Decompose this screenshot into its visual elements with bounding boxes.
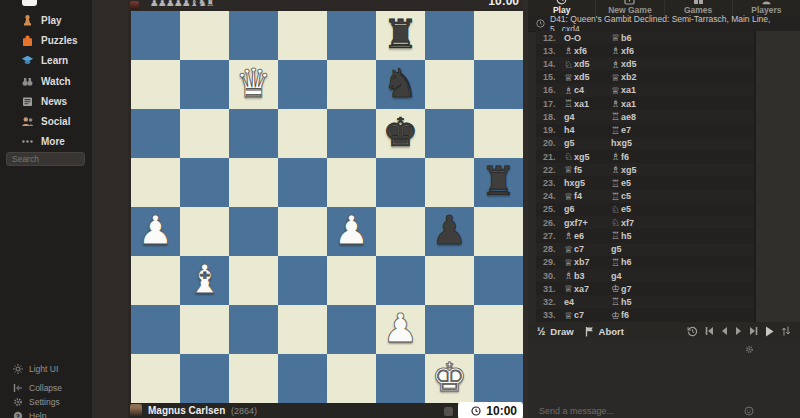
move-number: 16. (536, 85, 564, 95)
help-icon: ? (13, 411, 23, 418)
move-row: 18.g4♖ae8 (536, 110, 756, 123)
white-move[interactable]: ♗c4 (564, 85, 611, 96)
square-b5[interactable] (180, 158, 229, 207)
queen-move-icon: ♕ (564, 72, 573, 83)
move-text: g5 (611, 244, 622, 254)
move-text: c7 (574, 310, 584, 320)
controls-bar: ½ Draw Abort (528, 322, 800, 340)
chess-board: ♜♛♞♚♜♟♟♟♝♟♚ (131, 11, 523, 403)
move-row: 12.O-O♕b6 (536, 31, 756, 44)
sidebar-item-news[interactable]: News (0, 91, 92, 111)
queen-move-icon: ♕ (564, 283, 573, 294)
square-g6[interactable] (425, 109, 474, 158)
square-g5[interactable] (425, 158, 474, 207)
move-row: 22.♕f5♗xg5 (536, 163, 756, 176)
square-e4[interactable]: ♟ (327, 207, 376, 256)
footer-item-collapse[interactable]: Collapse (0, 381, 92, 395)
move-number: 30. (536, 271, 564, 281)
black-rook-h5[interactable]: ♜ (474, 158, 523, 207)
board-area: ♟♟♟♟♟♝♞♜ 10:00 ♜♛♞♚♜♟♟♟♝♟♚ Magnus Carlse… (128, 0, 523, 418)
black-knight-f7[interactable]: ♞ (376, 60, 425, 109)
square-c5[interactable] (229, 158, 278, 207)
white-move[interactable]: ♕xa7 (564, 283, 611, 294)
move-row: 15.♕xd5♕xb2 (536, 71, 756, 84)
move-list-scrollbar[interactable] (754, 31, 800, 322)
bishop-move-icon: ♗ (611, 98, 620, 109)
white-move[interactable]: h4 (564, 125, 611, 135)
sidebar-item-label: Puzzles (41, 35, 78, 46)
move-text: c5 (621, 191, 631, 201)
footer-item-label: Light UI (29, 364, 58, 374)
square-c4[interactable] (229, 207, 278, 256)
square-d5[interactable] (278, 158, 327, 207)
white-move[interactable]: ♕xb7 (564, 257, 611, 268)
move-row: 27.♗e6♖h5 (536, 229, 756, 242)
play-icon[interactable] (765, 326, 774, 337)
settings-icon (13, 397, 23, 407)
move-text: h5 (621, 231, 632, 241)
queen-move-icon: ♕ (564, 191, 573, 202)
move-number: 13. (536, 46, 564, 56)
square-a2[interactable] (131, 305, 180, 354)
black-move[interactable]: ♘xf7 (611, 217, 634, 228)
move-text: hxg5 (611, 138, 632, 148)
white-queen-c7[interactable]: ♛ (229, 60, 278, 109)
player-clock: 10:00 (458, 402, 523, 418)
svg-text:?: ? (16, 413, 20, 418)
square-b4[interactable] (180, 207, 229, 256)
move-number: 15. (536, 72, 564, 82)
square-c1[interactable] (229, 354, 278, 403)
move-text: O-O (564, 33, 581, 43)
white-move[interactable]: ♕c7 (564, 310, 611, 321)
square-g3[interactable] (425, 256, 474, 305)
rook-move-icon: ♖ (611, 257, 620, 268)
move-text: xd5 (574, 72, 590, 82)
move-number: 33. (536, 310, 564, 320)
square-h4[interactable] (474, 207, 523, 256)
black-move[interactable]: ♖c5 (611, 191, 631, 202)
move-number: 28. (536, 244, 564, 254)
light-ui-icon (13, 364, 23, 374)
move-text: xf6 (621, 46, 634, 56)
white-move[interactable]: e4 (564, 297, 611, 307)
game-panel: PlayNew GameGamesPlayers D41: Queen's Ga… (528, 0, 800, 418)
square-a6[interactable] (131, 109, 180, 158)
move-text: f6 (621, 152, 629, 162)
square-f6[interactable]: ♚ (376, 109, 425, 158)
white-move[interactable]: ♗b3 (564, 270, 611, 281)
opening-row: D41: Queen's Gambit Declined: Semi-Tarra… (528, 16, 800, 32)
white-move[interactable]: ♖xa1 (564, 98, 611, 109)
square-e6[interactable] (327, 109, 376, 158)
square-b8[interactable] (180, 11, 229, 60)
white-move[interactable]: ♗e6 (564, 230, 611, 241)
captured-pawn-icon: ♟ (182, 0, 190, 8)
move-text: h4 (564, 125, 575, 135)
queen-move-icon: ♕ (564, 244, 573, 255)
black-move[interactable]: ♖h5 (611, 230, 631, 241)
move-number: 24. (536, 191, 564, 201)
emoji-smiley-icon[interactable] (744, 406, 754, 416)
square-e7[interactable] (327, 60, 376, 109)
white-move[interactable]: g4 (564, 112, 611, 122)
move-text: g7 (621, 284, 632, 294)
opponent-clock: 10:00 (488, 0, 519, 8)
move-text: xa1 (621, 85, 636, 95)
move-text: c7 (574, 244, 584, 254)
black-move[interactable]: ♖h6 (611, 257, 631, 268)
white-move[interactable]: ♗xf6 (564, 45, 611, 56)
player-avatar[interactable] (130, 404, 142, 416)
history-icon[interactable] (687, 326, 698, 337)
move-list: 12.O-O♕b613.♗xf6♗xf614.♘xd5♗xd515.♕xd5♕x… (536, 31, 756, 322)
move-row: 30.♗b3g4 (536, 269, 756, 282)
social-icon (21, 115, 34, 128)
move-text: xg5 (574, 152, 590, 162)
sidebar-item-label: News (41, 96, 67, 107)
square-h3[interactable] (474, 256, 523, 305)
white-move[interactable]: ♘xd5 (564, 59, 611, 70)
queen-move-icon: ♕ (611, 32, 620, 43)
chat-input[interactable]: Send a message... (528, 404, 800, 418)
square-c6[interactable] (229, 109, 278, 158)
step-back-icon[interactable] (721, 326, 728, 336)
move-row: 20.g5hxg5 (536, 137, 756, 150)
black-move[interactable]: ♗xa1 (611, 98, 636, 109)
player-name: Magnus Carlsen (148, 405, 225, 416)
chat-settings-gear-icon[interactable] (745, 345, 754, 354)
square-f3[interactable] (376, 256, 425, 305)
white-pawn-a4[interactable]: ♟ (131, 207, 180, 256)
square-e1[interactable] (327, 354, 376, 403)
white-move[interactable]: ♘xg5 (564, 151, 611, 162)
move-text: g6 (564, 204, 575, 214)
square-b2[interactable] (180, 305, 229, 354)
move-row: 33.♕c7♔f6 (536, 309, 756, 322)
move-text: h5 (621, 297, 632, 307)
move-text: xb7 (574, 257, 590, 267)
captured-bishop-icon: ♝ (190, 0, 198, 8)
move-row: 29.♕xb7♖h6 (536, 256, 756, 269)
square-g2[interactable] (425, 305, 474, 354)
move-number: 31. (536, 284, 564, 294)
move-text: f5 (574, 165, 582, 175)
move-number: 12. (536, 33, 564, 43)
square-f5[interactable] (376, 158, 425, 207)
white-move[interactable]: hxg5 (564, 178, 611, 188)
move-number: 17. (536, 99, 564, 109)
sidebar-item-play[interactable]: Play (0, 10, 92, 30)
square-h8[interactable] (474, 11, 523, 60)
sidebar-item-label: More (41, 136, 65, 147)
move-text: f4 (574, 191, 582, 201)
watch-icon (21, 75, 34, 88)
top-player-bar: ♟♟♟♟♟♝♞♜ 10:00 (128, 0, 523, 11)
rook-move-icon: ♖ (611, 191, 620, 202)
black-move[interactable]: ♗xd5 (611, 59, 636, 70)
black-move[interactable]: g4 (611, 271, 622, 281)
square-f4[interactable] (376, 207, 425, 256)
move-row: 32.e4♖h5 (536, 295, 756, 308)
main-nav: PlayPuzzlesLearnWatchNewsSocialMore (0, 10, 92, 152)
square-g8[interactable] (425, 11, 474, 60)
square-c7[interactable]: ♛ (229, 60, 278, 109)
black-move[interactable]: ♖e5 (611, 178, 631, 189)
square-b6[interactable] (180, 109, 229, 158)
opponent-avatar[interactable] (130, 1, 139, 10)
move-text: g5 (564, 138, 575, 148)
move-number: 14. (536, 59, 564, 69)
bishop-move-icon: ♗ (611, 59, 620, 70)
black-move[interactable]: ♖h5 (611, 296, 631, 307)
move-number: 29. (536, 257, 564, 267)
move-row: 28.♕c7g5 (536, 243, 756, 256)
black-move[interactable]: ♕b6 (611, 32, 631, 43)
square-e8[interactable] (327, 11, 376, 60)
step-forward-icon[interactable] (735, 326, 742, 336)
move-row: 21.♘xg5♗f6 (536, 150, 756, 163)
move-text: e5 (621, 204, 631, 214)
captured-pieces: ♟♟♟♟♟♝♞♜ (150, 0, 214, 8)
white-move[interactable]: gxf7+ (564, 218, 611, 228)
white-move[interactable]: g5 (564, 138, 611, 148)
white-move[interactable]: O-O (564, 33, 611, 43)
move-text: e6 (574, 231, 584, 241)
bottom-player-bar: Magnus Carlsen (2864) 10:00 (128, 403, 523, 418)
move-text: xa7 (574, 284, 589, 294)
square-h1[interactable] (474, 354, 523, 403)
black-move[interactable]: ♖ae8 (611, 111, 636, 122)
move-row: 13.♗xf6♗xf6 (536, 44, 756, 57)
square-h5[interactable]: ♜ (474, 158, 523, 207)
move-text: gxf7+ (564, 218, 588, 228)
move-row: 24.♕f4♖c5 (536, 190, 756, 203)
footer-item-label: Settings (29, 397, 60, 407)
white-move[interactable]: ♕c7 (564, 244, 611, 255)
move-text: b6 (621, 33, 632, 43)
square-d7[interactable] (278, 60, 327, 109)
square-b7[interactable] (180, 60, 229, 109)
bishop-move-icon: ♗ (564, 45, 573, 56)
sidebar-item-label: Watch (41, 76, 71, 87)
sidebar-item-label: Social (41, 116, 70, 127)
square-f7[interactable]: ♞ (376, 60, 425, 109)
learn-icon (21, 54, 34, 67)
chat-placeholder: Send a message... (539, 406, 614, 416)
captured-pawn-icon: ♟ (158, 0, 166, 8)
knight-move-icon: ♘ (564, 59, 573, 70)
black-move[interactable]: ♗xf6 (611, 45, 634, 56)
move-row: 23.hxg5♖e5 (536, 176, 756, 189)
white-pawn-f2[interactable]: ♟ (376, 305, 425, 354)
move-text: xd5 (574, 59, 590, 69)
move-text: e5 (621, 178, 631, 188)
white-move[interactable]: ♕f5 (564, 164, 611, 175)
search-input[interactable] (6, 152, 85, 166)
square-e3[interactable] (327, 256, 376, 305)
square-d4[interactable] (278, 207, 327, 256)
move-text: xg5 (621, 165, 637, 175)
rook-move-icon: ♖ (611, 296, 620, 307)
footer-item-label: Help (29, 411, 46, 418)
square-h2[interactable] (474, 305, 523, 354)
square-e2[interactable] (327, 305, 376, 354)
square-a3[interactable] (131, 256, 180, 305)
footer-item-help[interactable]: ?Help (0, 409, 92, 418)
move-text: xb2 (621, 72, 637, 82)
black-move[interactable]: ♗xg5 (611, 164, 636, 175)
black-move[interactable]: ♕xa1 (611, 85, 636, 96)
footer-item-light-ui[interactable]: Light UI (0, 362, 92, 376)
queen-move-icon: ♕ (564, 310, 573, 321)
move-text: xa1 (621, 99, 636, 109)
square-c3[interactable] (229, 256, 278, 305)
captured-knight-icon: ♞ (198, 0, 206, 8)
queen-move-icon: ♕ (611, 72, 620, 83)
draw-button[interactable]: Draw (550, 326, 573, 337)
rook-move-icon: ♖ (611, 178, 620, 189)
move-number: 22. (536, 165, 564, 175)
move-row: 16.♗c4♕xa1 (536, 84, 756, 97)
square-a8[interactable] (131, 11, 180, 60)
square-d8[interactable] (278, 11, 327, 60)
black-pawn-g4[interactable]: ♟ (425, 207, 474, 256)
captured-pawn-icon: ♟ (166, 0, 174, 8)
sidebar-item-label: Play (41, 15, 62, 26)
sidebar-item-learn[interactable]: Learn (0, 51, 92, 71)
bishop-move-icon: ♗ (611, 164, 620, 175)
square-a5[interactable] (131, 158, 180, 207)
skip-to-end-icon[interactable] (749, 326, 758, 336)
white-bishop-b3[interactable]: ♝ (180, 256, 229, 305)
sidebar-item-label: Learn (41, 55, 68, 66)
move-number: 20. (536, 138, 564, 148)
black-move[interactable]: ♕xb2 (611, 72, 636, 83)
player-rating: (2864) (231, 406, 257, 416)
move-number: 19. (536, 125, 564, 135)
square-d6[interactable] (278, 109, 327, 158)
move-number: 23. (536, 178, 564, 188)
captured-pawn-icon: ♟ (150, 0, 158, 8)
black-move[interactable]: ♗f6 (611, 151, 629, 162)
queen-move-icon: ♕ (611, 85, 620, 96)
sidebar-item-watch[interactable]: Watch (0, 71, 92, 91)
white-king-g1[interactable]: ♚ (425, 354, 474, 403)
white-move[interactable]: g6 (564, 204, 611, 214)
square-b3[interactable]: ♝ (180, 256, 229, 305)
move-text: hxg5 (564, 178, 585, 188)
white-pawn-e4[interactable]: ♟ (327, 207, 376, 256)
footer-item-settings[interactable]: Settings (0, 395, 92, 409)
move-text: e4 (564, 297, 574, 307)
move-text: g4 (564, 112, 575, 122)
black-move[interactable]: ♖e7 (611, 125, 631, 136)
square-g4[interactable]: ♟ (425, 207, 474, 256)
black-king-f6[interactable]: ♚ (376, 109, 425, 158)
move-row: 19.h4♖e7 (536, 124, 756, 137)
play-icon (21, 14, 34, 27)
move-row: 25.g6♘e5 (536, 203, 756, 216)
move-text: xa1 (574, 99, 589, 109)
sidebar-item-puzzles[interactable]: Puzzles (0, 30, 92, 50)
bishop-move-icon: ♗ (564, 85, 573, 96)
square-d3[interactable] (278, 256, 327, 305)
knight-move-icon: ♘ (611, 204, 620, 215)
move-row: 14.♘xd5♗xd5 (536, 57, 756, 70)
square-f2[interactable]: ♟ (376, 305, 425, 354)
square-c8[interactable] (229, 11, 278, 60)
square-h7[interactable] (474, 60, 523, 109)
square-h6[interactable] (474, 109, 523, 158)
captured-rook-icon: ♜ (206, 0, 214, 8)
square-f8[interactable]: ♜ (376, 11, 425, 60)
queen-move-icon: ♕ (564, 164, 573, 175)
move-row: 26.gxf7+♘xf7 (536, 216, 756, 229)
square-g7[interactable] (425, 60, 474, 109)
half-point-icon: ½ (537, 326, 545, 337)
square-e5[interactable] (327, 158, 376, 207)
flag-icon (585, 326, 594, 337)
puzzles-icon (21, 34, 34, 47)
white-move[interactable]: ♕xd5 (564, 72, 611, 83)
sidebar-item-more[interactable]: More (0, 132, 92, 152)
square-b1[interactable] (180, 354, 229, 403)
knight-move-icon: ♘ (564, 151, 573, 162)
move-text: xf7 (621, 218, 634, 228)
flip-board-icon[interactable] (781, 326, 791, 336)
black-move[interactable]: ♘e5 (611, 204, 631, 215)
square-g1[interactable]: ♚ (425, 354, 474, 403)
move-number: 32. (536, 297, 564, 307)
black-move[interactable]: hxg5 (611, 138, 632, 148)
move-text: xd5 (621, 59, 637, 69)
white-move[interactable]: ♕f4 (564, 191, 611, 202)
square-c2[interactable] (229, 305, 278, 354)
black-move[interactable]: ♔f6 (611, 310, 629, 321)
black-rook-f8[interactable]: ♜ (376, 11, 425, 60)
queen-move-icon: ♕ (564, 257, 573, 268)
bishop-move-icon: ♗ (611, 45, 620, 56)
rook-move-icon: ♖ (611, 230, 620, 241)
square-f1[interactable] (376, 354, 425, 403)
move-text: g4 (611, 271, 622, 281)
square-d1[interactable] (278, 354, 327, 403)
collapse-icon (13, 383, 23, 393)
black-move[interactable]: g5 (611, 244, 622, 254)
square-d2[interactable] (278, 305, 327, 354)
opening-book-icon (536, 19, 545, 28)
rook-move-icon: ♖ (611, 125, 620, 136)
bishop-move-icon: ♗ (611, 151, 620, 162)
add-time-button[interactable] (444, 407, 453, 416)
king-move-icon: ♔ (611, 283, 620, 294)
black-move[interactable]: ♔g7 (611, 283, 631, 294)
footer-item-label: Collapse (29, 383, 62, 393)
sidebar: PlayPuzzlesLearnWatchNewsSocialMore Ligh… (0, 0, 92, 418)
abort-button[interactable]: Abort (599, 326, 624, 337)
sidebar-item-social[interactable]: Social (0, 111, 92, 131)
playback-controls (687, 326, 791, 337)
move-number: 18. (536, 112, 564, 122)
square-a4[interactable]: ♟ (131, 207, 180, 256)
skip-to-start-icon[interactable] (705, 326, 714, 336)
bishop-move-icon: ♗ (564, 270, 573, 281)
square-a1[interactable] (131, 354, 180, 403)
square-a7[interactable] (131, 60, 180, 109)
move-text: b3 (574, 271, 585, 281)
news-icon (21, 95, 34, 108)
